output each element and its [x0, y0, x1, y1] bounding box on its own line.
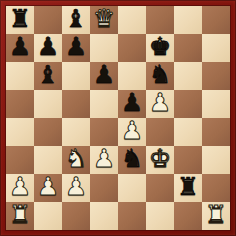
square-e8[interactable] — [118, 6, 146, 34]
square-g2[interactable]: ♜ — [174, 174, 202, 202]
square-h2[interactable] — [202, 174, 230, 202]
square-e6[interactable] — [118, 62, 146, 90]
square-h5[interactable] — [202, 90, 230, 118]
square-b6[interactable]: ♝ — [34, 62, 62, 90]
square-b8[interactable] — [34, 6, 62, 34]
square-b5[interactable] — [34, 90, 62, 118]
square-b3[interactable] — [34, 146, 62, 174]
square-b4[interactable] — [34, 118, 62, 146]
square-d3[interactable]: ♟ — [90, 146, 118, 174]
square-a6[interactable] — [6, 62, 34, 90]
square-e2[interactable] — [118, 174, 146, 202]
square-e7[interactable] — [118, 34, 146, 62]
piece-black-rook[interactable]: ♜ — [177, 173, 199, 201]
piece-black-pawn[interactable]: ♟ — [65, 33, 87, 61]
square-f7[interactable]: ♚ — [146, 34, 174, 62]
chess-board: ♜♝♛♟♟♟♚♝♟♞♟♟♟♞♟♞♚♟♟♟♜♜♜ — [6, 6, 230, 230]
square-c2[interactable]: ♟ — [62, 174, 90, 202]
piece-white-knight[interactable]: ♞ — [65, 145, 87, 173]
square-f1[interactable] — [146, 202, 174, 230]
square-f3[interactable]: ♚ — [146, 146, 174, 174]
square-c8[interactable]: ♝ — [62, 6, 90, 34]
square-b2[interactable]: ♟ — [34, 174, 62, 202]
square-h8[interactable] — [202, 6, 230, 34]
piece-black-knight[interactable]: ♞ — [121, 145, 143, 173]
square-h6[interactable] — [202, 62, 230, 90]
square-h1[interactable]: ♜ — [202, 202, 230, 230]
square-g7[interactable] — [174, 34, 202, 62]
piece-white-pawn[interactable]: ♟ — [93, 145, 115, 173]
piece-black-bishop[interactable]: ♝ — [65, 5, 87, 33]
square-f2[interactable] — [146, 174, 174, 202]
piece-black-king[interactable]: ♚ — [149, 33, 171, 61]
square-b7[interactable]: ♟ — [34, 34, 62, 62]
square-c3[interactable]: ♞ — [62, 146, 90, 174]
piece-black-bishop[interactable]: ♝ — [37, 61, 59, 89]
square-d6[interactable]: ♟ — [90, 62, 118, 90]
square-e4[interactable]: ♟ — [118, 118, 146, 146]
square-e3[interactable]: ♞ — [118, 146, 146, 174]
square-c6[interactable] — [62, 62, 90, 90]
square-f5[interactable]: ♟ — [146, 90, 174, 118]
square-c1[interactable] — [62, 202, 90, 230]
piece-white-pawn[interactable]: ♟ — [37, 173, 59, 201]
square-g1[interactable] — [174, 202, 202, 230]
square-c4[interactable] — [62, 118, 90, 146]
square-c7[interactable]: ♟ — [62, 34, 90, 62]
square-f6[interactable]: ♞ — [146, 62, 174, 90]
square-h7[interactable] — [202, 34, 230, 62]
square-d1[interactable] — [90, 202, 118, 230]
piece-white-queen[interactable]: ♛ — [93, 5, 115, 33]
square-a3[interactable] — [6, 146, 34, 174]
board-frame: ♜♝♛♟♟♟♚♝♟♞♟♟♟♞♟♞♚♟♟♟♜♜♜ — [0, 0, 236, 236]
square-c5[interactable] — [62, 90, 90, 118]
square-a2[interactable]: ♟ — [6, 174, 34, 202]
piece-black-pawn[interactable]: ♟ — [93, 61, 115, 89]
piece-white-rook[interactable]: ♜ — [205, 201, 227, 229]
square-f8[interactable] — [146, 6, 174, 34]
piece-white-pawn[interactable]: ♟ — [65, 173, 87, 201]
piece-black-pawn[interactable]: ♟ — [121, 89, 143, 117]
piece-black-knight[interactable]: ♞ — [149, 61, 171, 89]
square-a8[interactable]: ♜ — [6, 6, 34, 34]
piece-black-pawn[interactable]: ♟ — [9, 33, 31, 61]
square-h3[interactable] — [202, 146, 230, 174]
piece-white-pawn[interactable]: ♟ — [121, 117, 143, 145]
square-d5[interactable] — [90, 90, 118, 118]
square-d7[interactable] — [90, 34, 118, 62]
square-d8[interactable]: ♛ — [90, 6, 118, 34]
square-a5[interactable] — [6, 90, 34, 118]
square-d2[interactable] — [90, 174, 118, 202]
square-a4[interactable] — [6, 118, 34, 146]
piece-white-king[interactable]: ♚ — [149, 145, 171, 173]
square-d4[interactable] — [90, 118, 118, 146]
piece-black-rook[interactable]: ♜ — [9, 5, 31, 33]
square-g6[interactable] — [174, 62, 202, 90]
square-b1[interactable] — [34, 202, 62, 230]
square-a7[interactable]: ♟ — [6, 34, 34, 62]
square-g8[interactable] — [174, 6, 202, 34]
piece-white-pawn[interactable]: ♟ — [9, 173, 31, 201]
square-f4[interactable] — [146, 118, 174, 146]
square-a1[interactable]: ♜ — [6, 202, 34, 230]
square-g4[interactable] — [174, 118, 202, 146]
piece-black-pawn[interactable]: ♟ — [37, 33, 59, 61]
piece-white-rook[interactable]: ♜ — [9, 201, 31, 229]
square-g3[interactable] — [174, 146, 202, 174]
square-g5[interactable] — [174, 90, 202, 118]
piece-white-pawn[interactable]: ♟ — [149, 89, 171, 117]
square-h4[interactable] — [202, 118, 230, 146]
square-e5[interactable]: ♟ — [118, 90, 146, 118]
square-e1[interactable] — [118, 202, 146, 230]
